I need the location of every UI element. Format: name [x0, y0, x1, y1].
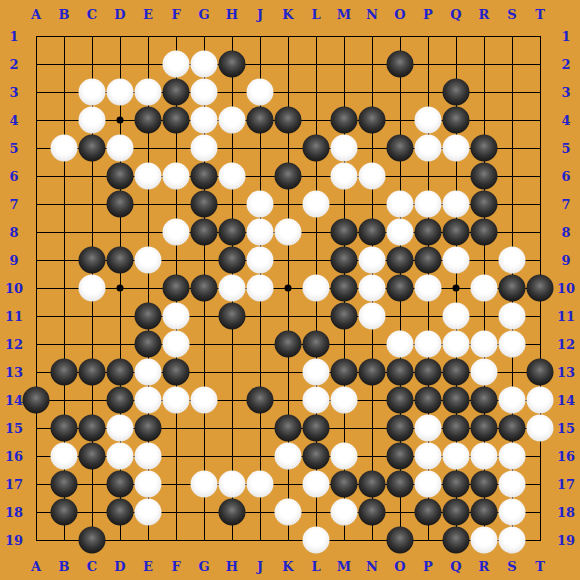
board-point-P13[interactable] — [414, 358, 442, 386]
board-point-K12[interactable] — [274, 330, 302, 358]
board-point-N5[interactable] — [358, 134, 386, 162]
board-point-D12[interactable] — [106, 330, 134, 358]
board-point-O18[interactable] — [386, 498, 414, 526]
board-point-K15[interactable] — [274, 414, 302, 442]
board-point-J15[interactable] — [246, 414, 274, 442]
board-point-S5[interactable] — [498, 134, 526, 162]
board-point-J8[interactable] — [246, 218, 274, 246]
board-point-E6[interactable] — [134, 162, 162, 190]
board-point-P8[interactable] — [414, 218, 442, 246]
board-point-M11[interactable] — [330, 302, 358, 330]
board-point-N1[interactable] — [358, 22, 386, 50]
board-point-J18[interactable] — [246, 498, 274, 526]
board-point-K1[interactable] — [274, 22, 302, 50]
board-point-P14[interactable] — [414, 386, 442, 414]
board-point-H19[interactable] — [218, 526, 246, 554]
board-point-D19[interactable] — [106, 526, 134, 554]
board-point-R7[interactable] — [470, 190, 498, 218]
board-point-Q15[interactable] — [442, 414, 470, 442]
board-point-R9[interactable] — [470, 246, 498, 274]
board-point-E19[interactable] — [134, 526, 162, 554]
board-point-G13[interactable] — [190, 358, 218, 386]
board-point-Q7[interactable] — [442, 190, 470, 218]
board-point-L14[interactable] — [302, 386, 330, 414]
board-point-S19[interactable] — [498, 526, 526, 554]
board-point-B4[interactable] — [50, 106, 78, 134]
board-point-T13[interactable] — [526, 358, 554, 386]
board-point-Q5[interactable] — [442, 134, 470, 162]
board-point-C17[interactable] — [78, 470, 106, 498]
board-point-T6[interactable] — [526, 162, 554, 190]
board-point-P7[interactable] — [414, 190, 442, 218]
board-point-R12[interactable] — [470, 330, 498, 358]
board-point-F9[interactable] — [162, 246, 190, 274]
board-point-L17[interactable] — [302, 470, 330, 498]
board-point-E9[interactable] — [134, 246, 162, 274]
board-point-P6[interactable] — [414, 162, 442, 190]
board-point-L19[interactable] — [302, 526, 330, 554]
board-point-H10[interactable] — [218, 274, 246, 302]
board-point-N12[interactable] — [358, 330, 386, 358]
board-point-L1[interactable] — [302, 22, 330, 50]
board-point-P19[interactable] — [414, 526, 442, 554]
board-point-B16[interactable] — [50, 442, 78, 470]
board-point-M15[interactable] — [330, 414, 358, 442]
board-point-F16[interactable] — [162, 442, 190, 470]
board-point-Q8[interactable] — [442, 218, 470, 246]
board-point-C15[interactable] — [78, 414, 106, 442]
board-point-J13[interactable] — [246, 358, 274, 386]
board-point-A12[interactable] — [22, 330, 50, 358]
board-point-G1[interactable] — [190, 22, 218, 50]
board-point-S14[interactable] — [498, 386, 526, 414]
board-point-M8[interactable] — [330, 218, 358, 246]
board-point-L6[interactable] — [302, 162, 330, 190]
board-point-R3[interactable] — [470, 78, 498, 106]
board-point-J1[interactable] — [246, 22, 274, 50]
board-point-T12[interactable] — [526, 330, 554, 358]
board-point-F10[interactable] — [162, 274, 190, 302]
board-point-T1[interactable] — [526, 22, 554, 50]
board-point-K17[interactable] — [274, 470, 302, 498]
board-point-A8[interactable] — [22, 218, 50, 246]
board-point-P17[interactable] — [414, 470, 442, 498]
board-point-J9[interactable] — [246, 246, 274, 274]
board-point-G7[interactable] — [190, 190, 218, 218]
board-point-J4[interactable] — [246, 106, 274, 134]
board-point-C9[interactable] — [78, 246, 106, 274]
board-point-J10[interactable] — [246, 274, 274, 302]
board-point-T8[interactable] — [526, 218, 554, 246]
board-point-G5[interactable] — [190, 134, 218, 162]
board-point-Q12[interactable] — [442, 330, 470, 358]
board-point-A4[interactable] — [22, 106, 50, 134]
board-point-K7[interactable] — [274, 190, 302, 218]
board-point-S8[interactable] — [498, 218, 526, 246]
board-point-E7[interactable] — [134, 190, 162, 218]
board-point-E18[interactable] — [134, 498, 162, 526]
board-point-K10[interactable] — [274, 274, 302, 302]
board-point-D10[interactable] — [106, 274, 134, 302]
board-point-J17[interactable] — [246, 470, 274, 498]
board-point-P1[interactable] — [414, 22, 442, 50]
board-point-Q3[interactable] — [442, 78, 470, 106]
board-point-E5[interactable] — [134, 134, 162, 162]
board-point-N13[interactable] — [358, 358, 386, 386]
board-point-A5[interactable] — [22, 134, 50, 162]
board-point-J16[interactable] — [246, 442, 274, 470]
board-point-N18[interactable] — [358, 498, 386, 526]
board-point-Q2[interactable] — [442, 50, 470, 78]
board-point-C13[interactable] — [78, 358, 106, 386]
board-point-G19[interactable] — [190, 526, 218, 554]
board-point-B14[interactable] — [50, 386, 78, 414]
board-point-J7[interactable] — [246, 190, 274, 218]
board-point-P2[interactable] — [414, 50, 442, 78]
board-point-L16[interactable] — [302, 442, 330, 470]
board-point-G18[interactable] — [190, 498, 218, 526]
board-point-F13[interactable] — [162, 358, 190, 386]
board-point-J3[interactable] — [246, 78, 274, 106]
board-point-C18[interactable] — [78, 498, 106, 526]
board-point-T10[interactable] — [526, 274, 554, 302]
board-point-D8[interactable] — [106, 218, 134, 246]
board-point-S16[interactable] — [498, 442, 526, 470]
board-point-H5[interactable] — [218, 134, 246, 162]
board-point-T5[interactable] — [526, 134, 554, 162]
board-point-G2[interactable] — [190, 50, 218, 78]
board-point-H14[interactable] — [218, 386, 246, 414]
board-point-D7[interactable] — [106, 190, 134, 218]
board-point-H16[interactable] — [218, 442, 246, 470]
board-point-F17[interactable] — [162, 470, 190, 498]
board-point-B2[interactable] — [50, 50, 78, 78]
board-point-L18[interactable] — [302, 498, 330, 526]
board-point-M5[interactable] — [330, 134, 358, 162]
board-point-F4[interactable] — [162, 106, 190, 134]
board-point-M17[interactable] — [330, 470, 358, 498]
board-point-A7[interactable] — [22, 190, 50, 218]
board-point-M18[interactable] — [330, 498, 358, 526]
board-point-L10[interactable] — [302, 274, 330, 302]
board-point-M19[interactable] — [330, 526, 358, 554]
board-point-Q14[interactable] — [442, 386, 470, 414]
board-point-S17[interactable] — [498, 470, 526, 498]
board-point-C3[interactable] — [78, 78, 106, 106]
board-point-H1[interactable] — [218, 22, 246, 50]
board-point-R18[interactable] — [470, 498, 498, 526]
board-point-O17[interactable] — [386, 470, 414, 498]
board-point-N3[interactable] — [358, 78, 386, 106]
board-point-B1[interactable] — [50, 22, 78, 50]
board-point-M1[interactable] — [330, 22, 358, 50]
board-point-T2[interactable] — [526, 50, 554, 78]
board-point-G10[interactable] — [190, 274, 218, 302]
board-point-L13[interactable] — [302, 358, 330, 386]
board-point-J2[interactable] — [246, 50, 274, 78]
board-point-C19[interactable] — [78, 526, 106, 554]
board-point-E2[interactable] — [134, 50, 162, 78]
board-point-R5[interactable] — [470, 134, 498, 162]
board-point-A19[interactable] — [22, 526, 50, 554]
board-point-H2[interactable] — [218, 50, 246, 78]
board-point-T14[interactable] — [526, 386, 554, 414]
board-point-F12[interactable] — [162, 330, 190, 358]
board-point-A16[interactable] — [22, 442, 50, 470]
board-point-R6[interactable] — [470, 162, 498, 190]
board-point-G15[interactable] — [190, 414, 218, 442]
board-point-S3[interactable] — [498, 78, 526, 106]
board-point-K13[interactable] — [274, 358, 302, 386]
board-point-M12[interactable] — [330, 330, 358, 358]
board-point-S2[interactable] — [498, 50, 526, 78]
board-point-A15[interactable] — [22, 414, 50, 442]
board-point-R1[interactable] — [470, 22, 498, 50]
board-point-B17[interactable] — [50, 470, 78, 498]
board-point-H3[interactable] — [218, 78, 246, 106]
board-point-T17[interactable] — [526, 470, 554, 498]
board-point-N11[interactable] — [358, 302, 386, 330]
board-point-S12[interactable] — [498, 330, 526, 358]
board-point-C6[interactable] — [78, 162, 106, 190]
board-point-Q13[interactable] — [442, 358, 470, 386]
board-point-K16[interactable] — [274, 442, 302, 470]
board-point-S4[interactable] — [498, 106, 526, 134]
board-point-P15[interactable] — [414, 414, 442, 442]
board-point-K9[interactable] — [274, 246, 302, 274]
board-point-H7[interactable] — [218, 190, 246, 218]
board-point-A3[interactable] — [22, 78, 50, 106]
board-point-S11[interactable] — [498, 302, 526, 330]
board-point-D14[interactable] — [106, 386, 134, 414]
board-point-F19[interactable] — [162, 526, 190, 554]
board-point-N19[interactable] — [358, 526, 386, 554]
board-point-B8[interactable] — [50, 218, 78, 246]
board-point-G16[interactable] — [190, 442, 218, 470]
board-point-O16[interactable] — [386, 442, 414, 470]
board-point-O4[interactable] — [386, 106, 414, 134]
board-point-N8[interactable] — [358, 218, 386, 246]
board-point-E4[interactable] — [134, 106, 162, 134]
board-point-E10[interactable] — [134, 274, 162, 302]
board-point-N17[interactable] — [358, 470, 386, 498]
board-point-A11[interactable] — [22, 302, 50, 330]
board-point-G3[interactable] — [190, 78, 218, 106]
board-point-D6[interactable] — [106, 162, 134, 190]
board-point-C10[interactable] — [78, 274, 106, 302]
board-point-H12[interactable] — [218, 330, 246, 358]
board-point-P16[interactable] — [414, 442, 442, 470]
board-point-T18[interactable] — [526, 498, 554, 526]
board-point-D1[interactable] — [106, 22, 134, 50]
board-point-D18[interactable] — [106, 498, 134, 526]
board-point-N4[interactable] — [358, 106, 386, 134]
board-point-D13[interactable] — [106, 358, 134, 386]
board-point-M13[interactable] — [330, 358, 358, 386]
board-point-F18[interactable] — [162, 498, 190, 526]
board-point-L7[interactable] — [302, 190, 330, 218]
board-point-Q9[interactable] — [442, 246, 470, 274]
board-point-K18[interactable] — [274, 498, 302, 526]
board-point-C5[interactable] — [78, 134, 106, 162]
board-point-A9[interactable] — [22, 246, 50, 274]
board-point-R4[interactable] — [470, 106, 498, 134]
board-point-K3[interactable] — [274, 78, 302, 106]
board-point-O6[interactable] — [386, 162, 414, 190]
board-point-L2[interactable] — [302, 50, 330, 78]
board-point-K5[interactable] — [274, 134, 302, 162]
board-point-P11[interactable] — [414, 302, 442, 330]
board-point-G4[interactable] — [190, 106, 218, 134]
board-point-C12[interactable] — [78, 330, 106, 358]
board-point-N6[interactable] — [358, 162, 386, 190]
board-point-G12[interactable] — [190, 330, 218, 358]
board-point-S9[interactable] — [498, 246, 526, 274]
board-point-D5[interactable] — [106, 134, 134, 162]
board-point-M10[interactable] — [330, 274, 358, 302]
board-point-O8[interactable] — [386, 218, 414, 246]
board-point-T11[interactable] — [526, 302, 554, 330]
board-point-Q11[interactable] — [442, 302, 470, 330]
board-point-K4[interactable] — [274, 106, 302, 134]
board-point-O14[interactable] — [386, 386, 414, 414]
board-point-H4[interactable] — [218, 106, 246, 134]
board-point-S7[interactable] — [498, 190, 526, 218]
board-point-K8[interactable] — [274, 218, 302, 246]
board-point-O13[interactable] — [386, 358, 414, 386]
board-point-A18[interactable] — [22, 498, 50, 526]
board-point-O10[interactable] — [386, 274, 414, 302]
board-point-C8[interactable] — [78, 218, 106, 246]
board-point-J12[interactable] — [246, 330, 274, 358]
board-point-B5[interactable] — [50, 134, 78, 162]
board-point-S10[interactable] — [498, 274, 526, 302]
board-point-K19[interactable] — [274, 526, 302, 554]
board-point-A17[interactable] — [22, 470, 50, 498]
board-point-M6[interactable] — [330, 162, 358, 190]
board-point-L12[interactable] — [302, 330, 330, 358]
board-point-H6[interactable] — [218, 162, 246, 190]
board-point-J5[interactable] — [246, 134, 274, 162]
board-point-E16[interactable] — [134, 442, 162, 470]
board-point-O15[interactable] — [386, 414, 414, 442]
board-point-F1[interactable] — [162, 22, 190, 50]
board-point-H13[interactable] — [218, 358, 246, 386]
board-point-D9[interactable] — [106, 246, 134, 274]
board-point-C4[interactable] — [78, 106, 106, 134]
board-point-D11[interactable] — [106, 302, 134, 330]
board-point-G14[interactable] — [190, 386, 218, 414]
board-point-K2[interactable] — [274, 50, 302, 78]
board-point-C11[interactable] — [78, 302, 106, 330]
board-point-H11[interactable] — [218, 302, 246, 330]
board-point-R2[interactable] — [470, 50, 498, 78]
board-point-Q6[interactable] — [442, 162, 470, 190]
board-point-S6[interactable] — [498, 162, 526, 190]
board-point-L8[interactable] — [302, 218, 330, 246]
board-point-M3[interactable] — [330, 78, 358, 106]
board-point-P3[interactable] — [414, 78, 442, 106]
board-point-S15[interactable] — [498, 414, 526, 442]
board-point-P4[interactable] — [414, 106, 442, 134]
board-point-M14[interactable] — [330, 386, 358, 414]
board-point-J14[interactable] — [246, 386, 274, 414]
board-point-T16[interactable] — [526, 442, 554, 470]
board-point-N2[interactable] — [358, 50, 386, 78]
board-point-L5[interactable] — [302, 134, 330, 162]
board-point-D4[interactable] — [106, 106, 134, 134]
board-point-B6[interactable] — [50, 162, 78, 190]
board-point-F5[interactable] — [162, 134, 190, 162]
board-point-B7[interactable] — [50, 190, 78, 218]
board-point-R8[interactable] — [470, 218, 498, 246]
board-point-K14[interactable] — [274, 386, 302, 414]
board-point-A10[interactable] — [22, 274, 50, 302]
board-point-E17[interactable] — [134, 470, 162, 498]
board-point-M7[interactable] — [330, 190, 358, 218]
board-point-T7[interactable] — [526, 190, 554, 218]
board-point-D15[interactable] — [106, 414, 134, 442]
board-point-O7[interactable] — [386, 190, 414, 218]
board-point-F14[interactable] — [162, 386, 190, 414]
board-point-R10[interactable] — [470, 274, 498, 302]
board-point-H8[interactable] — [218, 218, 246, 246]
board-point-E11[interactable] — [134, 302, 162, 330]
board-point-O5[interactable] — [386, 134, 414, 162]
board-point-H15[interactable] — [218, 414, 246, 442]
board-point-O12[interactable] — [386, 330, 414, 358]
board-point-E12[interactable] — [134, 330, 162, 358]
board-point-Q1[interactable] — [442, 22, 470, 50]
board-point-F6[interactable] — [162, 162, 190, 190]
board-point-R13[interactable] — [470, 358, 498, 386]
board-point-O1[interactable] — [386, 22, 414, 50]
board-point-Q16[interactable] — [442, 442, 470, 470]
board-point-C2[interactable] — [78, 50, 106, 78]
board-point-C1[interactable] — [78, 22, 106, 50]
board-point-E13[interactable] — [134, 358, 162, 386]
board-point-Q19[interactable] — [442, 526, 470, 554]
board-point-Q10[interactable] — [442, 274, 470, 302]
board-point-E8[interactable] — [134, 218, 162, 246]
board-point-J11[interactable] — [246, 302, 274, 330]
board-point-T15[interactable] — [526, 414, 554, 442]
board-point-P12[interactable] — [414, 330, 442, 358]
board-point-R17[interactable] — [470, 470, 498, 498]
board-point-T4[interactable] — [526, 106, 554, 134]
board-point-N14[interactable] — [358, 386, 386, 414]
board-point-T3[interactable] — [526, 78, 554, 106]
board-point-N9[interactable] — [358, 246, 386, 274]
board-point-P10[interactable] — [414, 274, 442, 302]
board-point-M2[interactable] — [330, 50, 358, 78]
board-point-B11[interactable] — [50, 302, 78, 330]
board-point-F2[interactable] — [162, 50, 190, 78]
board-point-F15[interactable] — [162, 414, 190, 442]
board-point-A6[interactable] — [22, 162, 50, 190]
board-point-G11[interactable] — [190, 302, 218, 330]
board-point-N15[interactable] — [358, 414, 386, 442]
board-point-B3[interactable] — [50, 78, 78, 106]
board-point-L11[interactable] — [302, 302, 330, 330]
board-point-Q4[interactable] — [442, 106, 470, 134]
board-point-K6[interactable] — [274, 162, 302, 190]
board-point-B9[interactable] — [50, 246, 78, 274]
board-point-A13[interactable] — [22, 358, 50, 386]
board-point-K11[interactable] — [274, 302, 302, 330]
board-point-N10[interactable] — [358, 274, 386, 302]
board-point-L15[interactable] — [302, 414, 330, 442]
